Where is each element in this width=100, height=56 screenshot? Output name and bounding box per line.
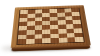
- square-g1[interactable]: [67, 37, 76, 42]
- square-h2[interactable]: [74, 33, 83, 38]
- square-g8[interactable]: [64, 8, 72, 12]
- square-d1[interactable]: [42, 38, 50, 43]
- square-f6[interactable]: [57, 16, 65, 20]
- square-c1[interactable]: [34, 39, 42, 44]
- square-e3[interactable]: [50, 29, 58, 34]
- square-d3[interactable]: [42, 29, 50, 34]
- board-photo: [0, 0, 100, 56]
- board-squares: [16, 8, 85, 45]
- square-a2[interactable]: [18, 35, 26, 40]
- square-a1[interactable]: [17, 39, 26, 44]
- square-b6[interactable]: [27, 17, 35, 21]
- chess-board: [11, 5, 91, 48]
- square-h1[interactable]: [75, 37, 84, 42]
- square-e1[interactable]: [50, 38, 58, 43]
- board-frame: [11, 5, 91, 48]
- square-b1[interactable]: [26, 39, 34, 44]
- square-c7[interactable]: [35, 13, 43, 17]
- square-c4[interactable]: [34, 25, 42, 30]
- square-b3[interactable]: [26, 30, 34, 35]
